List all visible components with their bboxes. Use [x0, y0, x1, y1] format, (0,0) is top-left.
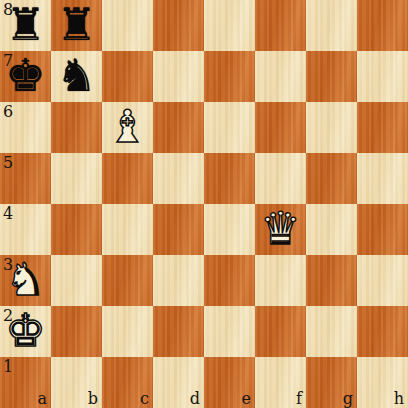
square-d8[interactable] [153, 0, 204, 51]
square-e5[interactable] [204, 153, 255, 204]
file-label-g: g [343, 391, 353, 407]
square-b1[interactable]: b [51, 357, 102, 408]
square-d5[interactable] [153, 153, 204, 204]
square-g1[interactable]: g [306, 357, 357, 408]
square-b8[interactable]: ♜ [51, 0, 102, 51]
rank-label-1: 1 [3, 359, 13, 375]
square-a5[interactable]: 5 [0, 153, 51, 204]
square-g3[interactable] [306, 255, 357, 306]
square-h1[interactable]: h [357, 357, 408, 408]
file-label-b: b [88, 391, 98, 407]
square-h5[interactable] [357, 153, 408, 204]
square-b2[interactable] [51, 306, 102, 357]
square-c4[interactable] [102, 204, 153, 255]
rank-label-8: 8 [3, 2, 13, 18]
square-b3[interactable] [51, 255, 102, 306]
square-d1[interactable]: d [153, 357, 204, 408]
square-e1[interactable]: e [204, 357, 255, 408]
file-label-a: a [37, 391, 47, 407]
square-c2[interactable] [102, 306, 153, 357]
square-b5[interactable] [51, 153, 102, 204]
file-label-e: e [242, 391, 251, 407]
square-c8[interactable] [102, 0, 153, 51]
piece-black-knight: ♞ [56, 53, 96, 98]
square-c5[interactable] [102, 153, 153, 204]
square-f4[interactable]: ♛ [255, 204, 306, 255]
square-a6[interactable]: 6 [0, 102, 51, 153]
square-e4[interactable] [204, 204, 255, 255]
file-label-c: c [140, 391, 149, 407]
square-a4[interactable]: 4 [0, 204, 51, 255]
chess-board: ♜8♜♚7♞6♝54♛♞3♚21abcdefgh [0, 0, 408, 408]
square-h8[interactable] [357, 0, 408, 51]
square-a8[interactable]: ♜8 [0, 0, 51, 51]
square-d7[interactable] [153, 51, 204, 102]
square-f6[interactable] [255, 102, 306, 153]
file-label-h: h [394, 391, 404, 407]
square-a2[interactable]: ♚2 [0, 306, 51, 357]
square-g8[interactable] [306, 0, 357, 51]
square-f1[interactable]: f [255, 357, 306, 408]
rank-label-7: 7 [3, 53, 13, 69]
rank-label-5: 5 [3, 155, 13, 171]
square-e8[interactable] [204, 0, 255, 51]
square-f7[interactable] [255, 51, 306, 102]
square-a3[interactable]: ♞3 [0, 255, 51, 306]
square-a7[interactable]: ♚7 [0, 51, 51, 102]
piece-white-queen: ♛ [260, 206, 300, 251]
square-c7[interactable] [102, 51, 153, 102]
rank-label-4: 4 [3, 206, 13, 222]
square-c1[interactable]: c [102, 357, 153, 408]
square-e3[interactable] [204, 255, 255, 306]
square-h6[interactable] [357, 102, 408, 153]
rank-label-2: 2 [3, 308, 13, 324]
piece-black-rook: ♜ [56, 2, 96, 47]
piece-white-bishop: ♝ [107, 104, 147, 149]
rank-label-3: 3 [3, 257, 13, 273]
square-b7[interactable]: ♞ [51, 51, 102, 102]
square-g2[interactable] [306, 306, 357, 357]
square-d2[interactable] [153, 306, 204, 357]
file-label-d: d [190, 391, 200, 407]
square-h4[interactable] [357, 204, 408, 255]
square-h3[interactable] [357, 255, 408, 306]
square-f8[interactable] [255, 0, 306, 51]
square-c6[interactable]: ♝ [102, 102, 153, 153]
square-g4[interactable] [306, 204, 357, 255]
square-f2[interactable] [255, 306, 306, 357]
square-e2[interactable] [204, 306, 255, 357]
square-d4[interactable] [153, 204, 204, 255]
square-e7[interactable] [204, 51, 255, 102]
square-f3[interactable] [255, 255, 306, 306]
square-b6[interactable] [51, 102, 102, 153]
square-g7[interactable] [306, 51, 357, 102]
file-label-f: f [296, 391, 302, 407]
square-f5[interactable] [255, 153, 306, 204]
square-c3[interactable] [102, 255, 153, 306]
square-e6[interactable] [204, 102, 255, 153]
rank-label-6: 6 [3, 104, 13, 120]
square-g6[interactable] [306, 102, 357, 153]
square-a1[interactable]: 1a [0, 357, 51, 408]
square-d6[interactable] [153, 102, 204, 153]
square-d3[interactable] [153, 255, 204, 306]
square-g5[interactable] [306, 153, 357, 204]
square-h2[interactable] [357, 306, 408, 357]
square-h7[interactable] [357, 51, 408, 102]
square-b4[interactable] [51, 204, 102, 255]
